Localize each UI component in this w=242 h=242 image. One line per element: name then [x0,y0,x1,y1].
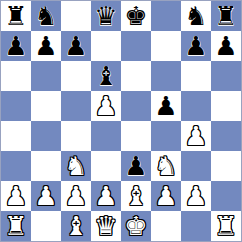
square-f8[interactable] [151,1,181,31]
square-a1[interactable]: ♜ [1,211,31,241]
square-c3[interactable]: ♞ [61,151,91,181]
square-d5[interactable]: ♟ [91,91,121,121]
square-f2[interactable]: ♟ [151,181,181,211]
chess-board: ♜♞♛♚♞♜♟♟♟♟♟♝♟♟♟♞♟♞♟♟♟♟♝♟♟♜♝♛♚♜ [0,0,242,242]
white-pawn[interactable]: ♟ [184,123,207,149]
black-queen[interactable]: ♛ [94,3,117,29]
square-g2[interactable]: ♟ [181,181,211,211]
square-e5[interactable] [121,91,151,121]
square-b3[interactable] [31,151,61,181]
square-a4[interactable] [1,121,31,151]
white-bishop[interactable]: ♝ [64,213,87,239]
square-g6[interactable] [181,61,211,91]
white-knight[interactable]: ♞ [64,153,87,179]
square-h8[interactable]: ♜ [211,1,241,31]
square-e1[interactable]: ♚ [121,211,151,241]
square-c8[interactable] [61,1,91,31]
square-c1[interactable]: ♝ [61,211,91,241]
square-a3[interactable] [1,151,31,181]
square-c7[interactable]: ♟ [61,31,91,61]
square-h4[interactable] [211,121,241,151]
square-b4[interactable] [31,121,61,151]
square-c6[interactable] [61,61,91,91]
square-d2[interactable]: ♟ [91,181,121,211]
white-pawn[interactable]: ♟ [154,183,177,209]
square-c2[interactable]: ♟ [61,181,91,211]
square-f6[interactable] [151,61,181,91]
square-d3[interactable] [91,151,121,181]
square-e8[interactable]: ♚ [121,1,151,31]
square-e4[interactable] [121,121,151,151]
black-bishop[interactable]: ♝ [94,63,117,89]
white-queen[interactable]: ♛ [94,213,117,239]
black-king[interactable]: ♚ [124,3,147,29]
black-pawn[interactable]: ♟ [4,33,27,59]
white-rook[interactable]: ♜ [4,213,27,239]
square-f4[interactable] [151,121,181,151]
square-b2[interactable]: ♟ [31,181,61,211]
white-bishop[interactable]: ♝ [124,183,147,209]
square-e7[interactable] [121,31,151,61]
square-f7[interactable] [151,31,181,61]
black-pawn[interactable]: ♟ [34,33,57,59]
square-h7[interactable]: ♟ [211,31,241,61]
square-g8[interactable]: ♞ [181,1,211,31]
white-knight[interactable]: ♞ [154,153,177,179]
square-a2[interactable]: ♟ [1,181,31,211]
black-pawn[interactable]: ♟ [64,33,87,59]
square-g3[interactable] [181,151,211,181]
black-knight[interactable]: ♞ [184,3,207,29]
white-king[interactable]: ♚ [124,213,147,239]
square-d6[interactable]: ♝ [91,61,121,91]
black-rook[interactable]: ♜ [214,3,237,29]
square-a5[interactable] [1,91,31,121]
square-h2[interactable] [211,181,241,211]
square-e3[interactable]: ♟ [121,151,151,181]
square-f5[interactable]: ♟ [151,91,181,121]
white-pawn[interactable]: ♟ [64,183,87,209]
square-h3[interactable] [211,151,241,181]
white-pawn[interactable]: ♟ [4,183,27,209]
white-pawn[interactable]: ♟ [184,183,207,209]
black-pawn[interactable]: ♟ [184,33,207,59]
square-h5[interactable] [211,91,241,121]
square-g5[interactable] [181,91,211,121]
square-h6[interactable] [211,61,241,91]
white-rook[interactable]: ♜ [214,213,237,239]
square-b5[interactable] [31,91,61,121]
square-a6[interactable] [1,61,31,91]
white-pawn[interactable]: ♟ [94,183,117,209]
square-e6[interactable] [121,61,151,91]
black-pawn[interactable]: ♟ [124,153,147,179]
black-knight[interactable]: ♞ [34,3,57,29]
square-b8[interactable]: ♞ [31,1,61,31]
square-a8[interactable]: ♜ [1,1,31,31]
black-rook[interactable]: ♜ [4,3,27,29]
square-b7[interactable]: ♟ [31,31,61,61]
square-f3[interactable]: ♞ [151,151,181,181]
square-c5[interactable] [61,91,91,121]
white-pawn[interactable]: ♟ [94,93,117,119]
square-g4[interactable]: ♟ [181,121,211,151]
square-d8[interactable]: ♛ [91,1,121,31]
black-pawn[interactable]: ♟ [154,93,177,119]
square-d4[interactable] [91,121,121,151]
square-c4[interactable] [61,121,91,151]
square-h1[interactable]: ♜ [211,211,241,241]
square-d1[interactable]: ♛ [91,211,121,241]
square-b6[interactable] [31,61,61,91]
square-a7[interactable]: ♟ [1,31,31,61]
white-pawn[interactable]: ♟ [34,183,57,209]
square-b1[interactable] [31,211,61,241]
square-g1[interactable] [181,211,211,241]
black-pawn[interactable]: ♟ [214,33,237,59]
square-d7[interactable] [91,31,121,61]
square-g7[interactable]: ♟ [181,31,211,61]
square-e2[interactable]: ♝ [121,181,151,211]
square-f1[interactable] [151,211,181,241]
